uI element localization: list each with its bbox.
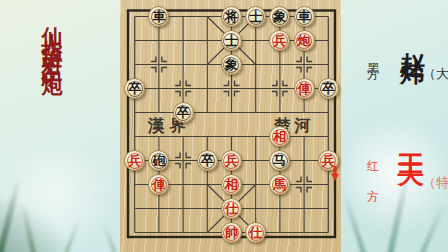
piece-character: 兵 [273, 34, 286, 47]
piece-character: 車 [152, 10, 165, 23]
piece-black-cannon[interactable]: 砲 [148, 150, 169, 171]
piece-black-soldier[interactable]: 卒 [318, 78, 339, 99]
piece-character: 砲 [152, 154, 165, 167]
piece-black-chariot[interactable]: 車 [294, 6, 315, 27]
piece-character: 俥 [298, 82, 311, 95]
piece-black-soldier[interactable]: 卒 [197, 150, 218, 171]
piece-character: 卒 [177, 106, 190, 119]
piece-character: 士 [249, 10, 262, 23]
red-player-name: 王天一 [394, 133, 429, 160]
piece-character: 将 [225, 10, 238, 23]
black-side-label: 黑方 [364, 54, 381, 62]
piece-red-elephant[interactable]: 相 [269, 126, 290, 147]
piece-black-advisor[interactable]: 士 [245, 6, 266, 27]
piece-character: 卒 [128, 82, 141, 95]
piece-character: 帥 [225, 226, 238, 239]
piece-red-soldier[interactable]: 兵 [124, 150, 145, 171]
piece-character: 仕 [249, 226, 262, 239]
piece-character: 卒 [201, 154, 214, 167]
piece-red-cannon[interactable]: 炮 [294, 30, 315, 51]
piece-character: 相 [225, 178, 238, 191]
opening-title: 仙人指路对左中炮 [42, 9, 63, 65]
piece-red-advisor[interactable]: 仕 [221, 198, 242, 219]
piece-black-general[interactable]: 将 [221, 6, 242, 27]
piece-black-elephant[interactable]: 象 [221, 54, 242, 75]
black-player-name: 赵炜 [396, 33, 429, 47]
piece-red-soldier[interactable]: 兵 [269, 30, 290, 51]
piece-character: 马 [273, 154, 286, 167]
piece-red-chariot[interactable]: 俥 [148, 174, 169, 195]
piece-black-horse[interactable]: 马 [269, 150, 290, 171]
piece-character: 馬 [273, 178, 286, 191]
piece-red-general[interactable]: 帥 [221, 222, 242, 243]
piece-black-soldier[interactable]: 卒 [173, 102, 194, 123]
piece-black-elephant[interactable]: 象 [269, 6, 290, 27]
piece-red-soldier[interactable]: 兵 [221, 150, 242, 171]
piece-character: 仕 [225, 202, 238, 215]
black-player-title: （大师） [423, 65, 448, 83]
piece-character: 相 [273, 130, 286, 143]
piece-red-advisor[interactable]: 仕 [245, 222, 266, 243]
piece-red-horse[interactable]: 馬 [269, 174, 290, 195]
piece-character: 象 [273, 10, 286, 23]
piece-character: 士 [225, 34, 238, 47]
piece-character: 兵 [225, 154, 238, 167]
piece-black-soldier[interactable]: 卒 [124, 78, 145, 99]
piece-red-elephant[interactable]: 相 [221, 174, 242, 195]
xiangqi-board: 漢界 楚河 車将士象車士兵炮象卒俥卒卒相兵砲卒兵马兵俥相馬仕帥仕 [120, 0, 341, 252]
red-side-label: 红方 [364, 150, 381, 210]
piece-black-chariot[interactable]: 車 [148, 6, 169, 27]
piece-character: 兵 [128, 154, 141, 167]
screenshot-root: 仙人指路对左中炮 漢界 楚河 車将士象車士兵炮象卒俥卒卒相兵砲卒兵马兵俥相馬仕帥… [0, 0, 448, 252]
piece-character: 卒 [322, 82, 335, 95]
red-player-title: （特级大师） [423, 174, 448, 192]
piece-character: 象 [225, 58, 238, 71]
piece-character: 俥 [152, 178, 165, 191]
piece-red-chariot[interactable]: 俥 [294, 78, 315, 99]
piece-character: 炮 [298, 34, 311, 47]
piece-character: 車 [298, 10, 311, 23]
piece-black-advisor[interactable]: 士 [221, 30, 242, 51]
pieces-grid: 車将士象車士兵炮象卒俥卒卒相兵砲卒兵马兵俥相馬仕帥仕 [123, 5, 341, 245]
piece-character: 兵 [322, 154, 335, 167]
